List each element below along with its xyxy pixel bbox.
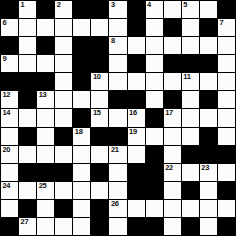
cell-r10c11[interactable] xyxy=(200,182,217,199)
cell-r1c10[interactable] xyxy=(182,19,199,36)
clue-number-8: 8 xyxy=(111,37,115,45)
block-cell-r11c1 xyxy=(19,200,36,217)
cell-r12c11[interactable] xyxy=(200,218,217,235)
cell-r9c11[interactable]: 23 xyxy=(200,164,217,181)
clue-number-18: 18 xyxy=(75,128,83,136)
cell-r5c5[interactable] xyxy=(91,91,108,108)
cell-r11c7[interactable] xyxy=(128,200,145,217)
block-cell-r10c12 xyxy=(218,182,235,199)
block-cell-r10c10 xyxy=(182,182,199,199)
clue-number-24: 24 xyxy=(3,182,11,190)
cell-r6c10[interactable] xyxy=(182,109,199,126)
cell-r10c0[interactable]: 24 xyxy=(1,182,18,199)
clue-number-7: 7 xyxy=(219,19,223,27)
block-cell-r3c9 xyxy=(164,55,181,72)
crossword-puzzle: 1234567891011121314151617181920212223242… xyxy=(0,0,236,236)
block-cell-r8c8 xyxy=(146,146,163,163)
cell-r11c9[interactable] xyxy=(164,200,181,217)
block-cell-r7c6 xyxy=(109,128,126,145)
block-cell-r5c11 xyxy=(200,91,217,108)
clue-number-19: 19 xyxy=(129,128,137,136)
cell-r6c7[interactable]: 16 xyxy=(128,109,145,126)
cell-r12c2[interactable] xyxy=(37,218,54,235)
cell-r5c2[interactable]: 13 xyxy=(37,91,54,108)
cell-r7c8[interactable] xyxy=(146,128,163,145)
cell-r0c6[interactable]: 3 xyxy=(109,1,126,18)
block-cell-r9c7 xyxy=(128,164,145,181)
cell-r2c1[interactable] xyxy=(19,37,36,54)
cell-r6c6[interactable] xyxy=(109,109,126,126)
cell-r11c4[interactable] xyxy=(73,200,90,217)
block-cell-r9c1 xyxy=(19,164,36,181)
cell-r6c11[interactable] xyxy=(200,109,217,126)
cell-r7c2[interactable] xyxy=(37,128,54,145)
block-cell-r9c8 xyxy=(146,164,163,181)
clue-number-27: 27 xyxy=(21,218,29,226)
cell-r1c1[interactable] xyxy=(19,19,36,36)
cell-r4c5[interactable]: 10 xyxy=(91,73,108,90)
cell-r2c12[interactable] xyxy=(218,37,235,54)
cell-r2c8[interactable] xyxy=(146,37,163,54)
cell-r6c12[interactable] xyxy=(218,109,235,126)
clue-number-16: 16 xyxy=(129,109,137,117)
cell-r8c4[interactable] xyxy=(73,146,90,163)
block-cell-r3c7 xyxy=(128,55,145,72)
block-cell-r12c12 xyxy=(218,218,235,235)
block-cell-r10c8 xyxy=(146,182,163,199)
cell-r9c4[interactable] xyxy=(73,164,90,181)
cell-r11c8[interactable] xyxy=(146,200,163,217)
cell-r8c9[interactable] xyxy=(164,146,181,163)
cell-r5c10[interactable] xyxy=(182,91,199,108)
clue-number-3: 3 xyxy=(111,1,115,9)
block-cell-r2c0 xyxy=(1,37,18,54)
cell-r7c4[interactable]: 18 xyxy=(73,128,90,145)
cell-r12c4[interactable] xyxy=(73,218,90,235)
clue-number-14: 14 xyxy=(3,109,11,117)
block-cell-r12c7 xyxy=(128,218,145,235)
block-cell-r2c4 xyxy=(73,37,90,54)
cell-r3c8[interactable] xyxy=(146,55,163,72)
clue-number-20: 20 xyxy=(3,146,11,154)
clue-number-22: 22 xyxy=(165,164,173,172)
cell-r3c12[interactable] xyxy=(218,55,235,72)
clue-number-5: 5 xyxy=(183,1,187,9)
cell-r11c10[interactable] xyxy=(182,200,199,217)
block-cell-r8c11 xyxy=(200,146,217,163)
cell-r3c3[interactable] xyxy=(55,55,72,72)
cell-r2c3[interactable] xyxy=(55,37,72,54)
block-cell-r11c3 xyxy=(55,200,72,217)
block-cell-r12c0 xyxy=(1,218,18,235)
cell-r12c6[interactable] xyxy=(109,218,126,235)
clue-number-12: 12 xyxy=(3,91,11,99)
block-cell-r0c5 xyxy=(91,1,108,18)
cell-r1c4[interactable] xyxy=(73,19,90,36)
block-cell-r4c2 xyxy=(37,73,54,90)
cell-r10c6[interactable] xyxy=(109,182,126,199)
block-cell-r0c12 xyxy=(218,1,235,18)
cell-r10c1[interactable] xyxy=(19,182,36,199)
block-cell-r7c5 xyxy=(91,128,108,145)
cell-r4c6[interactable] xyxy=(109,73,126,90)
cell-r5c12[interactable] xyxy=(218,91,235,108)
cell-r4c3[interactable] xyxy=(55,73,72,90)
block-cell-r5c6 xyxy=(109,91,126,108)
block-cell-r3c11 xyxy=(200,55,217,72)
cell-r9c12[interactable] xyxy=(218,164,235,181)
cell-r5c3[interactable] xyxy=(55,91,72,108)
block-cell-r0c2 xyxy=(37,1,54,18)
cell-r10c3[interactable] xyxy=(55,182,72,199)
cell-r6c3[interactable] xyxy=(55,109,72,126)
clue-number-15: 15 xyxy=(93,109,101,117)
cell-r10c2[interactable]: 25 xyxy=(37,182,54,199)
cell-r8c1[interactable] xyxy=(19,146,36,163)
block-cell-r7c1 xyxy=(19,128,36,145)
block-cell-r10c7 xyxy=(128,182,145,199)
clue-number-9: 9 xyxy=(3,55,7,63)
block-cell-r1c7 xyxy=(128,19,145,36)
cell-r4c10[interactable]: 11 xyxy=(182,73,199,90)
cell-r8c3[interactable] xyxy=(55,146,72,163)
cell-r0c3[interactable]: 2 xyxy=(55,1,72,18)
clue-number-17: 17 xyxy=(165,109,173,117)
cell-r2c7[interactable] xyxy=(128,37,145,54)
block-cell-r5c1 xyxy=(19,91,36,108)
block-cell-r4c4 xyxy=(73,73,90,90)
clue-number-6: 6 xyxy=(3,19,7,27)
cell-r6c5[interactable]: 15 xyxy=(91,109,108,126)
block-cell-r3c4 xyxy=(73,55,90,72)
crossword-grid: 1234567891011121314151617181920212223242… xyxy=(0,0,236,236)
cell-r8c2[interactable] xyxy=(37,146,54,163)
cell-r7c7[interactable]: 19 xyxy=(128,128,145,145)
block-cell-r12c8 xyxy=(146,218,163,235)
cell-r8c6[interactable]: 21 xyxy=(109,146,126,163)
block-cell-r2c5 xyxy=(91,37,108,54)
cell-r5c8[interactable] xyxy=(146,91,163,108)
block-cell-r1c9 xyxy=(164,19,181,36)
cell-r1c5[interactable] xyxy=(91,19,108,36)
cell-r10c4[interactable] xyxy=(73,182,90,199)
block-cell-r4c0 xyxy=(1,73,18,90)
cell-r11c2[interactable] xyxy=(37,200,54,217)
cell-r3c1[interactable] xyxy=(19,55,36,72)
block-cell-r11c5 xyxy=(91,200,108,217)
cell-r11c0[interactable] xyxy=(1,200,18,217)
cell-r12c9[interactable] xyxy=(164,218,181,235)
cell-r2c6[interactable]: 8 xyxy=(109,37,126,54)
cell-r0c8[interactable]: 4 xyxy=(146,1,163,18)
block-cell-r4c1 xyxy=(19,73,36,90)
block-cell-r12c10 xyxy=(182,218,199,235)
block-cell-r9c2 xyxy=(37,164,54,181)
cell-r1c0[interactable]: 6 xyxy=(1,19,18,36)
cell-r8c0[interactable]: 20 xyxy=(1,146,18,163)
cell-r4c7[interactable] xyxy=(128,73,145,90)
cell-r8c7[interactable] xyxy=(128,146,145,163)
cell-r9c0[interactable] xyxy=(1,164,18,181)
cell-r8c5[interactable] xyxy=(91,146,108,163)
clue-number-10: 10 xyxy=(93,73,101,81)
cell-r1c6[interactable] xyxy=(109,19,126,36)
block-cell-r5c9 xyxy=(164,91,181,108)
clue-number-23: 23 xyxy=(201,164,209,172)
clue-number-1: 1 xyxy=(21,1,25,9)
cell-r3c0[interactable]: 9 xyxy=(1,55,18,72)
cell-r1c2[interactable] xyxy=(37,19,54,36)
cell-r9c6[interactable] xyxy=(109,164,126,181)
cell-r10c9[interactable] xyxy=(164,182,181,199)
block-cell-r5c7 xyxy=(128,91,145,108)
cell-r11c12[interactable] xyxy=(218,200,235,217)
clue-number-11: 11 xyxy=(183,73,190,81)
cell-r2c11[interactable] xyxy=(200,37,217,54)
cell-r6c0[interactable]: 14 xyxy=(1,109,18,126)
cell-r0c1[interactable]: 1 xyxy=(19,1,36,18)
cell-r2c9[interactable] xyxy=(164,37,181,54)
clue-number-26: 26 xyxy=(111,200,119,208)
block-cell-r9c3 xyxy=(55,164,72,181)
block-cell-r6c8 xyxy=(146,109,163,126)
block-cell-r7c11 xyxy=(200,128,217,145)
cell-r11c11[interactable] xyxy=(200,200,217,217)
cell-r10c5[interactable] xyxy=(91,182,108,199)
cell-r1c3[interactable] xyxy=(55,19,72,36)
cell-r6c9[interactable]: 17 xyxy=(164,109,181,126)
cell-r12c1[interactable]: 27 xyxy=(19,218,36,235)
cell-r6c1[interactable] xyxy=(19,109,36,126)
clue-number-2: 2 xyxy=(57,1,61,9)
block-cell-r0c7 xyxy=(128,1,145,18)
cell-r7c12[interactable] xyxy=(218,128,235,145)
block-cell-r2c2 xyxy=(37,37,54,54)
clue-number-25: 25 xyxy=(39,182,47,190)
block-cell-r8c10 xyxy=(182,146,199,163)
block-cell-r7c3 xyxy=(55,128,72,145)
cell-r4c9[interactable] xyxy=(164,73,181,90)
block-cell-r3c10 xyxy=(182,55,199,72)
cell-r9c9[interactable]: 22 xyxy=(164,164,181,181)
block-cell-r9c5 xyxy=(91,164,108,181)
cell-r3c2[interactable] xyxy=(37,55,54,72)
cell-r4c12[interactable] xyxy=(218,73,235,90)
cell-r6c2[interactable] xyxy=(37,109,54,126)
block-cell-r8c12 xyxy=(218,146,235,163)
cell-r5c0[interactable]: 12 xyxy=(1,91,18,108)
cell-r0c10[interactable]: 5 xyxy=(182,1,199,18)
cell-r7c0[interactable] xyxy=(1,128,18,145)
cell-r4c8[interactable] xyxy=(146,73,163,90)
cell-r12c3[interactable] xyxy=(55,218,72,235)
cell-r3c6[interactable] xyxy=(109,55,126,72)
cell-r1c12[interactable]: 7 xyxy=(218,19,235,36)
block-cell-r1c11 xyxy=(200,19,217,36)
cell-r7c10[interactable] xyxy=(182,128,199,145)
cell-r9c10[interactable] xyxy=(182,164,199,181)
block-cell-r6c4 xyxy=(73,109,90,126)
block-cell-r0c4 xyxy=(73,1,90,18)
clue-number-21: 21 xyxy=(111,146,119,154)
block-cell-r12c5 xyxy=(91,218,108,235)
cell-r4c11[interactable] xyxy=(200,73,217,90)
cell-r5c4[interactable] xyxy=(73,91,90,108)
cell-r7c9[interactable] xyxy=(164,128,181,145)
cell-r1c8[interactable] xyxy=(146,19,163,36)
cell-r2c10[interactable] xyxy=(182,37,199,54)
cell-r0c11[interactable] xyxy=(200,1,217,18)
cell-r0c9[interactable] xyxy=(164,1,181,18)
cell-r11c6[interactable]: 26 xyxy=(109,200,126,217)
block-cell-r3c5 xyxy=(91,55,108,72)
clue-number-13: 13 xyxy=(39,91,47,99)
block-cell-r0c0 xyxy=(1,1,18,18)
clue-number-4: 4 xyxy=(147,1,151,9)
